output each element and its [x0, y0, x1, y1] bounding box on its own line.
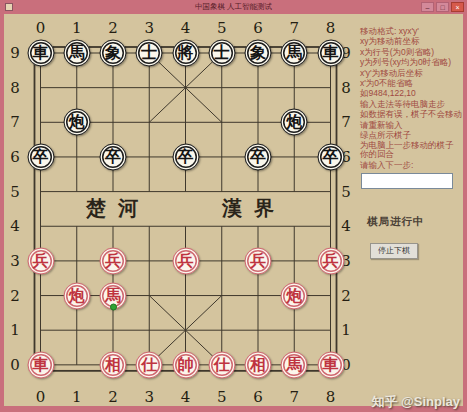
piece-black-r9c4: 將 — [172, 40, 199, 67]
row-label-right-1: 1 — [341, 321, 351, 339]
piece-red-r0c8: 車 — [317, 351, 344, 378]
piece-black-r9c3: 士 — [136, 40, 163, 67]
app-window: 中国象棋 人工智能测试 – □ × 0011223344556677889988… — [0, 0, 467, 412]
piece-red-r0c6: 相 — [245, 351, 272, 378]
piece-red-r0c4: 帥 — [172, 351, 199, 378]
piece-red-r3c0: 兵 — [27, 247, 54, 274]
piece-red-r2c2: 馬 — [100, 282, 127, 309]
row-label-left-4: 4 — [10, 217, 20, 235]
col-label-bottom-4: 4 — [181, 388, 191, 406]
piece-red-r3c4: 兵 — [172, 247, 199, 274]
titlebar: 中国象棋 人工智能测试 – □ × — [0, 0, 467, 14]
piece-black-r9c8: 車 — [317, 40, 344, 67]
col-label-top-1: 1 — [72, 19, 82, 37]
row-label-right-2: 2 — [341, 287, 351, 305]
instruction-line-8: 输入走法等待电脑走步 — [360, 99, 462, 109]
instruction-line-5: x'y'为移动后坐标 — [360, 68, 462, 78]
row-label-right-4: 4 — [341, 217, 351, 235]
instructions-panel: 移动格式: xyx'y'xy为移动前坐标x为行号(为0则省略)y为列号(xy均为… — [360, 26, 462, 151]
move-prompt-label: 请输入下一步: — [360, 160, 413, 172]
instruction-line-2: xy为移动前坐标 — [360, 36, 462, 46]
piece-red-r0c7: 馬 — [281, 351, 308, 378]
col-label-bottom-6: 6 — [253, 388, 263, 406]
piece-red-r3c8: 兵 — [317, 247, 344, 274]
piece-black-r6c0: 卒 — [27, 143, 54, 170]
col-label-top-5: 5 — [217, 19, 227, 37]
piece-black-r9c0: 車 — [27, 40, 54, 67]
piece-black-r7c1: 炮 — [63, 109, 90, 136]
window-edge-left — [0, 14, 4, 412]
window-edge-right — [463, 14, 467, 412]
window-controls: – □ × — [421, 2, 464, 12]
instruction-line-9: 如数据有误，棋子不会移动 — [360, 109, 462, 119]
stop-game-button[interactable]: 停止下棋 — [370, 243, 418, 259]
col-label-top-8: 8 — [326, 19, 336, 37]
piece-black-r7c7: 炮 — [281, 109, 308, 136]
instruction-line-6: x'为0不能省略 — [360, 78, 462, 88]
piece-red-r0c5: 仕 — [208, 351, 235, 378]
row-label-left-0: 0 — [10, 356, 20, 374]
piece-red-r0c2: 相 — [100, 351, 127, 378]
piece-black-r6c2: 卒 — [100, 143, 127, 170]
row-label-right-7: 7 — [341, 113, 351, 131]
col-label-bottom-3: 3 — [144, 388, 154, 406]
piece-red-r3c6: 兵 — [245, 247, 272, 274]
col-label-top-6: 6 — [253, 19, 263, 37]
minimize-button[interactable]: – — [421, 2, 434, 12]
maximize-button[interactable]: □ — [436, 2, 449, 12]
col-label-bottom-8: 8 — [326, 388, 336, 406]
row-label-left-1: 1 — [10, 321, 20, 339]
row-label-left-7: 7 — [10, 113, 20, 131]
piece-black-r6c8: 卒 — [317, 143, 344, 170]
piece-black-r9c2: 象 — [100, 40, 127, 67]
col-label-top-4: 4 — [181, 19, 191, 37]
piece-black-r6c4: 卒 — [172, 143, 199, 170]
instruction-line-1: 移动格式: xyx'y' — [360, 26, 462, 36]
row-label-left-9: 9 — [10, 44, 20, 62]
move-input[interactable] — [361, 173, 453, 189]
col-label-bottom-1: 1 — [72, 388, 82, 406]
row-label-left-2: 2 — [10, 287, 20, 305]
col-label-bottom-2: 2 — [108, 388, 118, 406]
instruction-line-7: 如9484,122,10 — [360, 88, 462, 98]
piece-red-r2c1: 炮 — [63, 282, 90, 309]
piece-red-r2c7: 炮 — [281, 282, 308, 309]
row-label-right-5: 5 — [341, 183, 351, 201]
piece-black-r9c6: 象 — [245, 40, 272, 67]
instruction-line-11: 绿点所示棋子 — [360, 130, 462, 140]
last-move-green-dot — [110, 303, 117, 310]
close-button[interactable]: × — [451, 2, 464, 12]
river-label-right: 漢界 — [222, 195, 286, 222]
piece-red-r0c0: 車 — [27, 351, 54, 378]
col-label-bottom-0: 0 — [36, 388, 46, 406]
row-label-left-6: 6 — [10, 148, 20, 166]
window-title: 中国象棋 人工智能测试 — [0, 0, 467, 14]
river-label-left: 楚河 — [86, 195, 150, 222]
row-label-left-5: 5 — [10, 183, 20, 201]
row-label-left-8: 8 — [10, 79, 20, 97]
piece-red-r0c3: 仕 — [136, 351, 163, 378]
col-label-top-0: 0 — [36, 19, 46, 37]
instruction-line-4: y为列号(xy均为0时省略) — [360, 57, 462, 67]
piece-black-r9c7: 馬 — [281, 40, 308, 67]
piece-red-r3c2: 兵 — [100, 247, 127, 274]
instruction-line-3: x为行号(为0则省略) — [360, 47, 462, 57]
instruction-line-10: 请重新输入 — [360, 120, 462, 130]
piece-black-r6c6: 卒 — [245, 143, 272, 170]
piece-black-r9c1: 馬 — [63, 40, 90, 67]
col-label-top-3: 3 — [144, 19, 154, 37]
watermark: 知乎 @Sinplay — [371, 393, 460, 411]
row-label-right-8: 8 — [341, 79, 351, 97]
piece-black-r9c5: 士 — [208, 40, 235, 67]
col-label-bottom-7: 7 — [289, 388, 299, 406]
col-label-bottom-5: 5 — [217, 388, 227, 406]
row-label-left-3: 3 — [10, 252, 20, 270]
col-label-top-7: 7 — [289, 19, 299, 37]
game-status-label: 棋局进行中 — [367, 215, 425, 229]
col-label-top-2: 2 — [108, 19, 118, 37]
